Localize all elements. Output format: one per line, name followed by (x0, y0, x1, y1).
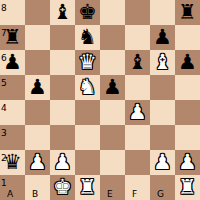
square-f2[interactable] (125, 150, 150, 175)
piece-white-rook[interactable]: ♜ (175, 175, 200, 200)
square-d7[interactable]: ♞ (75, 25, 100, 50)
square-c6[interactable] (50, 50, 75, 75)
piece-black-pawn[interactable]: ♟ (100, 75, 125, 100)
square-d6[interactable]: ♛ (75, 50, 100, 75)
square-d5[interactable]: ♞ (75, 75, 100, 100)
rank-label-4: 4 (1, 103, 7, 113)
square-b3[interactable] (25, 125, 50, 150)
square-f4[interactable]: ♟ (125, 100, 150, 125)
square-g1[interactable]: G (150, 175, 175, 200)
square-a2[interactable]: 2♛ (0, 150, 25, 175)
piece-white-pawn[interactable]: ♟ (150, 150, 175, 175)
square-g2[interactable]: ♟ (150, 150, 175, 175)
square-h6[interactable]: ♟ (175, 50, 200, 75)
square-c2[interactable]: ♟ (50, 150, 75, 175)
piece-white-king[interactable]: ♚ (50, 175, 75, 200)
square-f3[interactable] (125, 125, 150, 150)
square-b2[interactable]: ♟ (25, 150, 50, 175)
piece-white-bishop[interactable]: ♝ (150, 50, 175, 75)
square-c7[interactable] (50, 25, 75, 50)
square-b8[interactable] (25, 0, 50, 25)
piece-black-pawn[interactable]: ♟ (25, 75, 50, 100)
square-d3[interactable] (75, 125, 100, 150)
piece-white-pawn[interactable]: ♟ (125, 100, 150, 125)
piece-white-knight[interactable]: ♞ (75, 75, 100, 100)
square-d4[interactable] (75, 100, 100, 125)
piece-black-rook[interactable]: ♜ (0, 25, 25, 50)
square-g4[interactable] (150, 100, 175, 125)
square-f6[interactable]: ♝ (125, 50, 150, 75)
square-f7[interactable] (125, 25, 150, 50)
piece-black-pawn[interactable]: ♟ (0, 50, 25, 75)
square-c1[interactable]: ♚ (50, 175, 75, 200)
square-d8[interactable]: ♚ (75, 0, 100, 25)
piece-white-pawn[interactable]: ♟ (175, 150, 200, 175)
square-h2[interactable]: ♟ (175, 150, 200, 175)
square-e8[interactable] (100, 0, 125, 25)
square-e7[interactable] (100, 25, 125, 50)
square-e5[interactable]: ♟ (100, 75, 125, 100)
rank-label-5: 5 (1, 78, 7, 88)
square-e1[interactable]: E (100, 175, 125, 200)
file-label-a: A (7, 189, 13, 199)
piece-black-knight[interactable]: ♞ (75, 25, 100, 50)
square-h4[interactable] (175, 100, 200, 125)
square-b1[interactable]: B (25, 175, 50, 200)
square-c8[interactable]: ♝ (50, 0, 75, 25)
rank-label-3: 3 (1, 128, 7, 138)
square-a4[interactable]: 4 (0, 100, 25, 125)
square-e3[interactable] (100, 125, 125, 150)
square-a6[interactable]: 6♟ (0, 50, 25, 75)
chess-board: 8♝♚♜7♜♞♟6♟♛♝♝♟5♟♞♟4♟32♛♟♟♟♟1AB♚♜EFG♜ (0, 0, 200, 200)
piece-white-pawn[interactable]: ♟ (25, 150, 50, 175)
rank-label-1: 1 (1, 178, 7, 188)
piece-black-bishop[interactable]: ♝ (50, 0, 75, 25)
square-g6[interactable]: ♝ (150, 50, 175, 75)
square-f1[interactable]: F (125, 175, 150, 200)
square-g7[interactable]: ♟ (150, 25, 175, 50)
piece-white-pawn[interactable]: ♟ (50, 150, 75, 175)
square-c4[interactable] (50, 100, 75, 125)
file-label-b: B (32, 189, 38, 199)
square-e2[interactable] (100, 150, 125, 175)
square-a3[interactable]: 3 (0, 125, 25, 150)
piece-black-pawn[interactable]: ♟ (150, 25, 175, 50)
square-b5[interactable]: ♟ (25, 75, 50, 100)
piece-white-queen[interactable]: ♛ (75, 50, 100, 75)
square-e6[interactable] (100, 50, 125, 75)
square-h1[interactable]: ♜ (175, 175, 200, 200)
piece-white-rook[interactable]: ♜ (75, 175, 100, 200)
square-h5[interactable] (175, 75, 200, 100)
square-a5[interactable]: 5 (0, 75, 25, 100)
square-a8[interactable]: 8 (0, 0, 25, 25)
square-g5[interactable] (150, 75, 175, 100)
square-f8[interactable] (125, 0, 150, 25)
square-d1[interactable]: ♜ (75, 175, 100, 200)
square-h7[interactable] (175, 25, 200, 50)
piece-black-bishop[interactable]: ♝ (125, 50, 150, 75)
file-label-f: F (132, 189, 137, 199)
square-h8[interactable]: ♜ (175, 0, 200, 25)
square-c5[interactable] (50, 75, 75, 100)
square-c3[interactable] (50, 125, 75, 150)
square-h3[interactable] (175, 125, 200, 150)
rank-label-8: 8 (1, 3, 7, 13)
square-d2[interactable] (75, 150, 100, 175)
square-f5[interactable] (125, 75, 150, 100)
square-a7[interactable]: 7♜ (0, 25, 25, 50)
square-a1[interactable]: 1A (0, 175, 25, 200)
piece-black-king[interactable]: ♚ (75, 0, 100, 25)
file-label-g: G (157, 189, 164, 199)
file-label-e: E (107, 189, 113, 199)
square-b7[interactable] (25, 25, 50, 50)
square-b4[interactable] (25, 100, 50, 125)
piece-black-pawn[interactable]: ♟ (175, 50, 200, 75)
square-b6[interactable] (25, 50, 50, 75)
square-e4[interactable] (100, 100, 125, 125)
piece-black-queen[interactable]: ♛ (0, 150, 25, 175)
square-g8[interactable] (150, 0, 175, 25)
square-g3[interactable] (150, 125, 175, 150)
piece-black-rook[interactable]: ♜ (175, 0, 200, 25)
